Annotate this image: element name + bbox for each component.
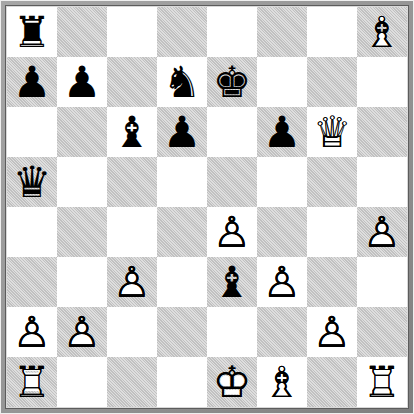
square-a7[interactable]: ♟: [7, 57, 57, 107]
piece-glyph: ♕: [313, 111, 352, 154]
square-c5[interactable]: [107, 157, 157, 207]
piece-glyph: ♝: [113, 111, 152, 154]
square-f8[interactable]: [257, 7, 307, 57]
piece-white-bishop: ♝♗: [257, 357, 307, 407]
square-d2[interactable]: [157, 307, 207, 357]
square-h3[interactable]: [357, 257, 407, 307]
piece-white-rook: ♜♖: [7, 357, 57, 407]
square-g7[interactable]: [307, 57, 357, 107]
square-b7[interactable]: ♟: [57, 57, 107, 107]
square-g6[interactable]: ♛♕: [307, 107, 357, 157]
square-g2[interactable]: ♟♙: [307, 307, 357, 357]
square-h8[interactable]: ♝♗: [357, 7, 407, 57]
piece-white-pawn: ♟♙: [257, 257, 307, 307]
square-e8[interactable]: [207, 7, 257, 57]
piece-glyph: ♙: [113, 261, 152, 304]
piece-glyph: ♞: [163, 61, 202, 104]
square-d7[interactable]: ♞: [157, 57, 207, 107]
square-f6[interactable]: ♟: [257, 107, 307, 157]
piece-glyph: ♟: [163, 111, 202, 154]
square-g4[interactable]: [307, 207, 357, 257]
square-b5[interactable]: [57, 157, 107, 207]
square-b1[interactable]: [57, 357, 107, 407]
square-a5[interactable]: ♛: [7, 157, 57, 207]
piece-glyph: ♗: [363, 11, 402, 54]
square-c4[interactable]: [107, 207, 157, 257]
square-f3[interactable]: ♟♙: [257, 257, 307, 307]
piece-black-rook: ♜: [7, 7, 57, 57]
piece-glyph: ♙: [363, 211, 402, 254]
square-d4[interactable]: [157, 207, 207, 257]
square-b4[interactable]: [57, 207, 107, 257]
square-f7[interactable]: [257, 57, 307, 107]
piece-white-queen: ♛♕: [307, 107, 357, 157]
piece-black-queen: ♛: [7, 157, 57, 207]
square-h2[interactable]: [357, 307, 407, 357]
square-e1[interactable]: ♚♔: [207, 357, 257, 407]
square-c6[interactable]: ♝: [107, 107, 157, 157]
piece-glyph: ♜: [13, 11, 52, 54]
square-h6[interactable]: [357, 107, 407, 157]
square-b6[interactable]: [57, 107, 107, 157]
piece-glyph: ♙: [213, 211, 252, 254]
piece-black-king: ♚: [207, 57, 257, 107]
square-a3[interactable]: [7, 257, 57, 307]
square-g1[interactable]: [307, 357, 357, 407]
piece-glyph: ♝: [213, 261, 252, 304]
piece-glyph: ♟: [13, 61, 52, 104]
square-e4[interactable]: ♟♙: [207, 207, 257, 257]
square-c7[interactable]: [107, 57, 157, 107]
square-a1[interactable]: ♜♖: [7, 357, 57, 407]
square-h5[interactable]: [357, 157, 407, 207]
piece-glyph: ♟: [263, 111, 302, 154]
piece-glyph: ♖: [363, 361, 402, 404]
piece-glyph: ♔: [213, 361, 252, 404]
square-h4[interactable]: ♟♙: [357, 207, 407, 257]
square-e2[interactable]: [207, 307, 257, 357]
board-frame-outer: ♜♝♗♟♟♞♚♝♟♟♛♕♛♟♙♟♙♟♙♝♟♙♟♙♟♙♟♙♜♖♚♔♝♗♜♖: [0, 0, 414, 414]
piece-white-rook: ♜♖: [357, 357, 407, 407]
board-frame-inner-light: ♜♝♗♟♟♞♚♝♟♟♛♕♛♟♙♟♙♟♙♝♟♙♟♙♟♙♟♙♜♖♚♔♝♗♜♖: [6, 6, 408, 408]
piece-glyph: ♙: [263, 261, 302, 304]
square-c8[interactable]: [107, 7, 157, 57]
piece-white-pawn: ♟♙: [307, 307, 357, 357]
square-d8[interactable]: [157, 7, 207, 57]
square-d1[interactable]: [157, 357, 207, 407]
piece-black-pawn: ♟: [157, 107, 207, 157]
board-frame-inner-edge: ♜♝♗♟♟♞♚♝♟♟♛♕♛♟♙♟♙♟♙♝♟♙♟♙♟♙♟♙♜♖♚♔♝♗♜♖: [5, 5, 409, 409]
piece-glyph: ♗: [263, 361, 302, 404]
piece-black-pawn: ♟: [7, 57, 57, 107]
square-a8[interactable]: ♜: [7, 7, 57, 57]
square-b3[interactable]: [57, 257, 107, 307]
piece-black-bishop: ♝: [207, 257, 257, 307]
piece-glyph: ♙: [13, 311, 52, 354]
square-f2[interactable]: [257, 307, 307, 357]
square-e5[interactable]: [207, 157, 257, 207]
piece-white-king: ♚♔: [207, 357, 257, 407]
square-a2[interactable]: ♟♙: [7, 307, 57, 357]
piece-glyph: ♛: [13, 161, 52, 204]
piece-black-pawn: ♟: [257, 107, 307, 157]
square-e6[interactable]: [207, 107, 257, 157]
piece-black-knight: ♞: [157, 57, 207, 107]
piece-black-pawn: ♟: [57, 57, 107, 107]
square-e7[interactable]: ♚: [207, 57, 257, 107]
piece-glyph: ♙: [313, 311, 352, 354]
square-a4[interactable]: [7, 207, 57, 257]
piece-glyph: ♙: [63, 311, 102, 354]
piece-white-pawn: ♟♙: [107, 257, 157, 307]
square-g8[interactable]: [307, 7, 357, 57]
square-f4[interactable]: [257, 207, 307, 257]
board-frame: ♜♝♗♟♟♞♚♝♟♟♛♕♛♟♙♟♙♟♙♝♟♙♟♙♟♙♟♙♜♖♚♔♝♗♜♖: [1, 1, 413, 413]
piece-white-bishop: ♝♗: [357, 7, 407, 57]
square-g5[interactable]: [307, 157, 357, 207]
square-h7[interactable]: [357, 57, 407, 107]
piece-glyph: ♖: [13, 361, 52, 404]
square-c2[interactable]: [107, 307, 157, 357]
square-g3[interactable]: [307, 257, 357, 307]
piece-white-pawn: ♟♙: [57, 307, 107, 357]
square-f5[interactable]: [257, 157, 307, 207]
piece-white-pawn: ♟♙: [207, 207, 257, 257]
piece-glyph: ♚: [213, 61, 252, 104]
square-b2[interactable]: ♟♙: [57, 307, 107, 357]
chess-board: ♜♝♗♟♟♞♚♝♟♟♛♕♛♟♙♟♙♟♙♝♟♙♟♙♟♙♟♙♜♖♚♔♝♗♜♖: [7, 7, 407, 407]
square-e3[interactable]: ♝: [207, 257, 257, 307]
square-d6[interactable]: ♟: [157, 107, 207, 157]
square-d3[interactable]: [157, 257, 207, 307]
square-d5[interactable]: [157, 157, 207, 207]
piece-glyph: ♟: [63, 61, 102, 104]
square-a6[interactable]: [7, 107, 57, 157]
piece-white-pawn: ♟♙: [357, 207, 407, 257]
square-f1[interactable]: ♝♗: [257, 357, 307, 407]
square-b8[interactable]: [57, 7, 107, 57]
square-c3[interactable]: ♟♙: [107, 257, 157, 307]
piece-black-bishop: ♝: [107, 107, 157, 157]
square-c1[interactable]: [107, 357, 157, 407]
piece-white-pawn: ♟♙: [7, 307, 57, 357]
square-h1[interactable]: ♜♖: [357, 357, 407, 407]
